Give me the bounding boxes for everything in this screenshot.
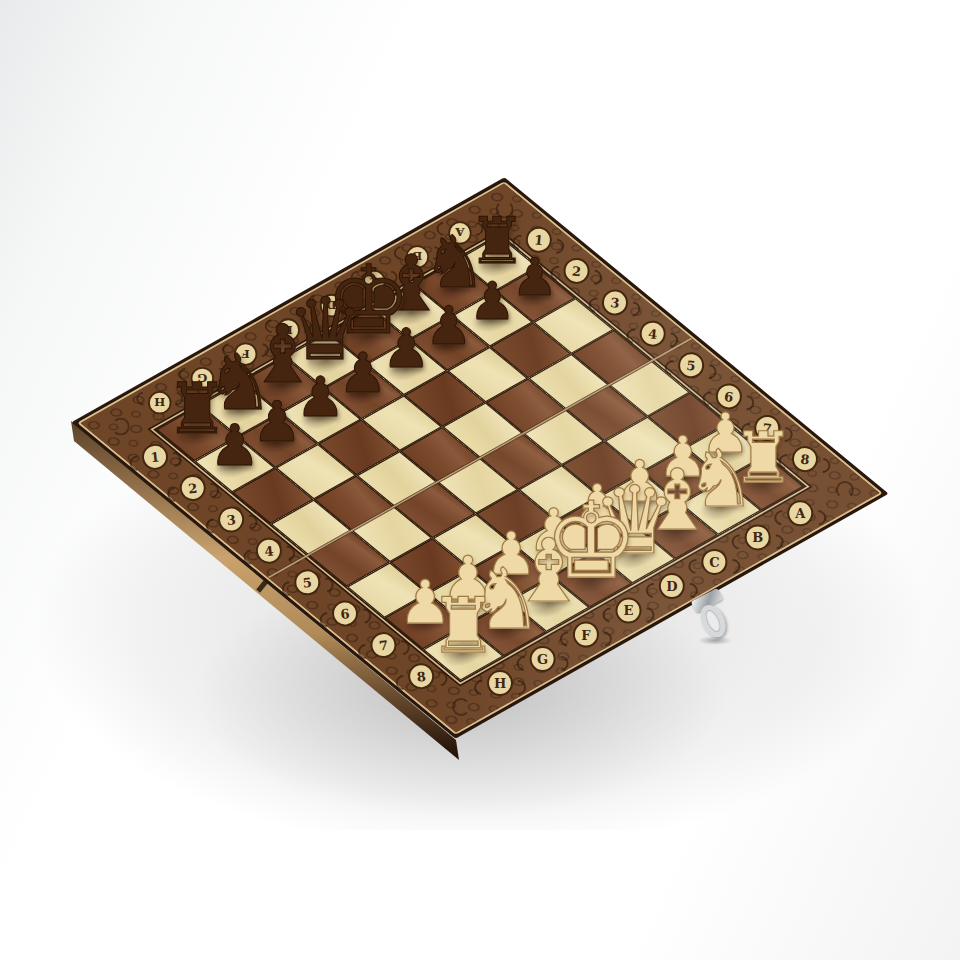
file-label-bottom-G: G (530, 646, 556, 672)
board: ♜♞♝♛♚♝♞♜♟♟♟♟♟♟♟♟♟♟♟♟♟♟♟♟♜♞♝♚♛♝♞♜HH11GG22… (71, 177, 888, 738)
border-corner-ornament (452, 698, 470, 716)
file-label-bottom-C: C (702, 549, 728, 575)
file-label-bottom-H: H (487, 670, 513, 696)
file-label-bottom-D: D (659, 573, 685, 599)
file-label-bottom-B: B (744, 525, 770, 551)
border-corner-ornament (112, 418, 130, 436)
product-photo-scene: ♜♞♝♛♚♝♞♜♟♟♟♟♟♟♟♟♟♟♟♟♟♟♟♟♜♞♝♚♛♝♞♜HH11GG22… (0, 0, 960, 960)
border-corner-ornament (836, 481, 854, 499)
board-rotation-wrapper: ♜♞♝♛♚♝♞♜♟♟♟♟♟♟♟♟♟♟♟♟♟♟♟♟♜♞♝♚♛♝♞♜HH11GG22… (166, 144, 794, 772)
file-label-bottom-F: F (573, 622, 599, 648)
clasp-shadow (698, 636, 732, 645)
clasp-latch (688, 590, 748, 660)
file-label-bottom-A: A (787, 500, 813, 526)
